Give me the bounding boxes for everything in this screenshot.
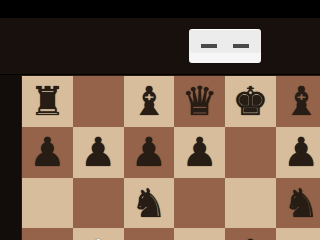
square-f5[interactable] [276, 228, 320, 240]
square-a5[interactable] [22, 228, 73, 240]
square-b7[interactable]: ♟ [73, 127, 124, 178]
black-rook[interactable]: ♜ [29, 81, 65, 121]
square-e6[interactable] [225, 178, 276, 229]
square-f8[interactable]: ♝ [276, 76, 320, 127]
board-area: ♜♝♛♚♝♜♟♟♟♟♟♟♟♞♞♝♟♟♞♟♟♟♟♟♟♟♜♞♝♛♚♜ [0, 75, 320, 240]
black-pawn[interactable]: ♟ [80, 132, 116, 172]
black-king[interactable]: ♚ [232, 81, 268, 121]
black-bishop[interactable]: ♝ [283, 81, 319, 121]
phone-screen: ♜♝♛♚♝♜♟♟♟♟♟♟♟♞♞♝♟♟♞♟♟♟♟♟♟♟♜♞♝♛♚♜ ♟♟♟♞♝♜♛… [0, 0, 320, 240]
square-f7[interactable]: ♟ [276, 127, 320, 178]
black-pawn[interactable]: ♟ [131, 132, 167, 172]
black-pawn[interactable]: ♟ [29, 132, 65, 172]
square-c7[interactable]: ♟ [124, 127, 175, 178]
square-b8[interactable] [73, 76, 124, 127]
square-d7[interactable]: ♟ [174, 127, 225, 178]
square-a6[interactable] [22, 178, 73, 229]
square-c6[interactable]: ♞ [124, 178, 175, 229]
black-pawn[interactable]: ♟ [283, 132, 319, 172]
black-pawn[interactable]: ♟ [182, 132, 218, 172]
square-b5[interactable]: ♝ [73, 228, 124, 240]
square-b6[interactable] [73, 178, 124, 229]
square-e8[interactable]: ♚ [225, 76, 276, 127]
black-bishop[interactable]: ♝ [131, 81, 167, 121]
black-knight[interactable]: ♞ [131, 183, 167, 223]
square-d5[interactable] [174, 228, 225, 240]
square-d8[interactable]: ♛ [174, 76, 225, 127]
square-f6[interactable]: ♞ [276, 178, 320, 229]
black-knight[interactable]: ♞ [283, 183, 319, 223]
square-d6[interactable] [174, 178, 225, 229]
square-a8[interactable]: ♜ [22, 76, 73, 127]
black-pawn[interactable]: ♟ [232, 234, 268, 240]
square-c5[interactable] [124, 228, 175, 240]
square-a7[interactable]: ♟ [22, 127, 73, 178]
square-e5[interactable]: ♟ [225, 228, 276, 240]
app-header [0, 18, 320, 75]
chess-board[interactable]: ♜♝♛♚♝♜♟♟♟♟♟♟♟♞♞♝♟♟♞♟♟♟♟♟♟♟♜♞♝♛♚♜ [21, 75, 320, 240]
status-bar [0, 0, 320, 18]
square-e7[interactable] [225, 127, 276, 178]
square-c8[interactable]: ♝ [124, 76, 175, 127]
clock-display[interactable] [189, 29, 261, 63]
white-bishop[interactable]: ♝ [80, 234, 116, 240]
black-queen[interactable]: ♛ [182, 81, 218, 121]
